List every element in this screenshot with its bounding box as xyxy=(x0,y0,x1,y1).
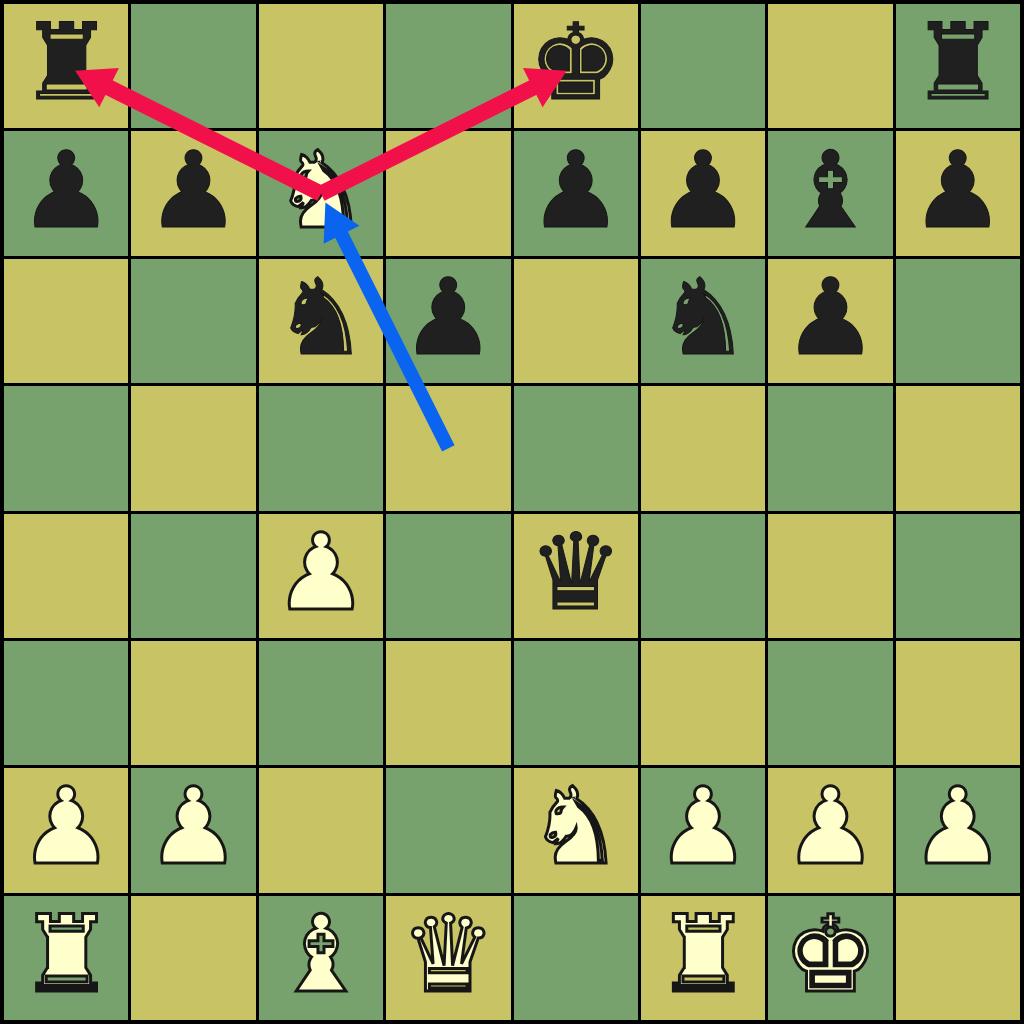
square-c5[interactable] xyxy=(259,386,383,510)
square-e5[interactable] xyxy=(514,386,638,510)
square-b6[interactable] xyxy=(131,259,255,383)
piece-black-rook: ♜ xyxy=(910,10,1005,116)
square-g8[interactable] xyxy=(768,4,892,128)
square-c2[interactable] xyxy=(259,768,383,892)
chess-board-wrapper: ♜♚♜♟♟♞♟♟♝♟♞♟♞♟♟♛♟♟♞♟♟♟♜♝♛♜♚ xyxy=(0,0,1024,1024)
square-d1[interactable]: ♛ xyxy=(386,896,510,1020)
piece-black-bishop: ♝ xyxy=(783,138,878,244)
square-d8[interactable] xyxy=(386,4,510,128)
square-b5[interactable] xyxy=(131,386,255,510)
piece-white-knight: ♞ xyxy=(528,774,623,880)
square-a2[interactable]: ♟ xyxy=(4,768,128,892)
square-g1[interactable]: ♚ xyxy=(768,896,892,1020)
piece-black-pawn: ♟ xyxy=(656,138,751,244)
square-a3[interactable] xyxy=(4,641,128,765)
square-d2[interactable] xyxy=(386,768,510,892)
square-c4[interactable]: ♟ xyxy=(259,514,383,638)
square-g6[interactable]: ♟ xyxy=(768,259,892,383)
square-b7[interactable]: ♟ xyxy=(131,131,255,255)
chess-board: ♜♚♜♟♟♞♟♟♝♟♞♟♞♟♟♛♟♟♞♟♟♟♜♝♛♜♚ xyxy=(0,0,1024,1024)
square-c6[interactable]: ♞ xyxy=(259,259,383,383)
piece-black-pawn: ♟ xyxy=(401,265,496,371)
square-a5[interactable] xyxy=(4,386,128,510)
square-h6[interactable] xyxy=(896,259,1020,383)
piece-black-pawn: ♟ xyxy=(910,138,1005,244)
square-e3[interactable] xyxy=(514,641,638,765)
square-h1[interactable] xyxy=(896,896,1020,1020)
square-d7[interactable] xyxy=(386,131,510,255)
square-g2[interactable]: ♟ xyxy=(768,768,892,892)
square-d5[interactable] xyxy=(386,386,510,510)
square-f2[interactable]: ♟ xyxy=(641,768,765,892)
square-e7[interactable]: ♟ xyxy=(514,131,638,255)
square-a6[interactable] xyxy=(4,259,128,383)
square-f5[interactable] xyxy=(641,386,765,510)
piece-white-pawn: ♟ xyxy=(146,774,241,880)
piece-white-pawn: ♟ xyxy=(910,774,1005,880)
piece-white-pawn: ♟ xyxy=(783,774,878,880)
square-e1[interactable] xyxy=(514,896,638,1020)
square-e2[interactable]: ♞ xyxy=(514,768,638,892)
square-e6[interactable] xyxy=(514,259,638,383)
piece-black-pawn: ♟ xyxy=(783,265,878,371)
square-f6[interactable]: ♞ xyxy=(641,259,765,383)
square-e8[interactable]: ♚ xyxy=(514,4,638,128)
square-h3[interactable] xyxy=(896,641,1020,765)
square-f4[interactable] xyxy=(641,514,765,638)
square-b1[interactable] xyxy=(131,896,255,1020)
piece-white-rook: ♜ xyxy=(656,902,751,1008)
piece-black-pawn: ♟ xyxy=(146,138,241,244)
piece-black-pawn: ♟ xyxy=(528,138,623,244)
square-d3[interactable] xyxy=(386,641,510,765)
square-a4[interactable] xyxy=(4,514,128,638)
square-e4[interactable]: ♛ xyxy=(514,514,638,638)
piece-black-pawn: ♟ xyxy=(19,138,114,244)
piece-white-pawn: ♟ xyxy=(656,774,751,880)
piece-black-rook: ♜ xyxy=(19,10,114,116)
square-h5[interactable] xyxy=(896,386,1020,510)
square-d6[interactable]: ♟ xyxy=(386,259,510,383)
piece-white-bishop: ♝ xyxy=(273,902,368,1008)
piece-white-queen: ♛ xyxy=(401,902,496,1008)
piece-white-rook: ♜ xyxy=(19,902,114,1008)
square-c8[interactable] xyxy=(259,4,383,128)
piece-white-knight: ♞ xyxy=(273,138,368,244)
square-a1[interactable]: ♜ xyxy=(4,896,128,1020)
piece-white-king: ♚ xyxy=(783,902,878,1008)
square-a8[interactable]: ♜ xyxy=(4,4,128,128)
square-g7[interactable]: ♝ xyxy=(768,131,892,255)
square-f7[interactable]: ♟ xyxy=(641,131,765,255)
square-b2[interactable]: ♟ xyxy=(131,768,255,892)
square-d4[interactable] xyxy=(386,514,510,638)
piece-black-knight: ♞ xyxy=(656,265,751,371)
square-c3[interactable] xyxy=(259,641,383,765)
square-c7[interactable]: ♞ xyxy=(259,131,383,255)
square-g3[interactable] xyxy=(768,641,892,765)
square-h8[interactable]: ♜ xyxy=(896,4,1020,128)
square-b3[interactable] xyxy=(131,641,255,765)
square-g5[interactable] xyxy=(768,386,892,510)
square-f1[interactable]: ♜ xyxy=(641,896,765,1020)
square-b4[interactable] xyxy=(131,514,255,638)
square-c1[interactable]: ♝ xyxy=(259,896,383,1020)
square-h7[interactable]: ♟ xyxy=(896,131,1020,255)
square-f3[interactable] xyxy=(641,641,765,765)
piece-black-king: ♚ xyxy=(528,10,623,116)
square-f8[interactable] xyxy=(641,4,765,128)
piece-black-knight: ♞ xyxy=(273,265,368,371)
square-h2[interactable]: ♟ xyxy=(896,768,1020,892)
piece-white-pawn: ♟ xyxy=(273,520,368,626)
piece-black-queen: ♛ xyxy=(528,520,623,626)
square-h4[interactable] xyxy=(896,514,1020,638)
piece-white-pawn: ♟ xyxy=(19,774,114,880)
square-a7[interactable]: ♟ xyxy=(4,131,128,255)
square-b8[interactable] xyxy=(131,4,255,128)
square-g4[interactable] xyxy=(768,514,892,638)
